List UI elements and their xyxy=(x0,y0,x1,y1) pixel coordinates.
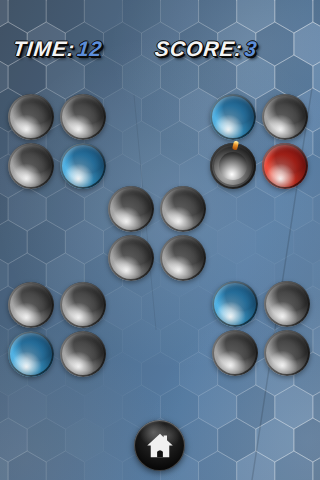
time-value: 12 xyxy=(76,37,104,60)
ball-black[interactable] xyxy=(108,186,154,232)
ball-blue[interactable] xyxy=(60,143,106,189)
ball-red[interactable] xyxy=(262,143,308,189)
time-label: TIME: xyxy=(12,37,77,60)
cluster-top-left xyxy=(8,94,106,189)
home-icon xyxy=(145,431,175,461)
ball-black[interactable] xyxy=(264,330,310,376)
game-screen: TIME:12 SCORE:3 xyxy=(0,0,320,480)
cluster-bottom-left xyxy=(8,282,106,377)
ball-blue[interactable] xyxy=(8,331,54,377)
ball-bomb[interactable] xyxy=(210,143,256,189)
score-label: SCORE: xyxy=(154,37,244,60)
ball-blue[interactable] xyxy=(212,281,258,327)
ball-black[interactable] xyxy=(8,282,54,328)
ball-black[interactable] xyxy=(60,331,106,377)
cluster-top-right xyxy=(210,94,308,189)
ball-black[interactable] xyxy=(60,282,106,328)
ball-black[interactable] xyxy=(160,235,206,281)
ball-black[interactable] xyxy=(262,94,308,140)
ball-black[interactable] xyxy=(60,94,106,140)
ball-black[interactable] xyxy=(108,235,154,281)
ball-blue[interactable] xyxy=(210,94,256,140)
ball-black[interactable] xyxy=(264,281,310,327)
score-value: 3 xyxy=(244,37,259,60)
ball-black[interactable] xyxy=(160,186,206,232)
time-display: TIME:12 xyxy=(12,37,104,61)
ball-black[interactable] xyxy=(8,94,54,140)
score-display: SCORE:3 xyxy=(154,37,259,61)
ball-black[interactable] xyxy=(8,143,54,189)
home-button[interactable] xyxy=(134,420,185,471)
ball-black[interactable] xyxy=(212,330,258,376)
cluster-bottom-right xyxy=(212,281,310,376)
cluster-middle xyxy=(108,186,206,281)
bomb-core xyxy=(219,152,247,180)
